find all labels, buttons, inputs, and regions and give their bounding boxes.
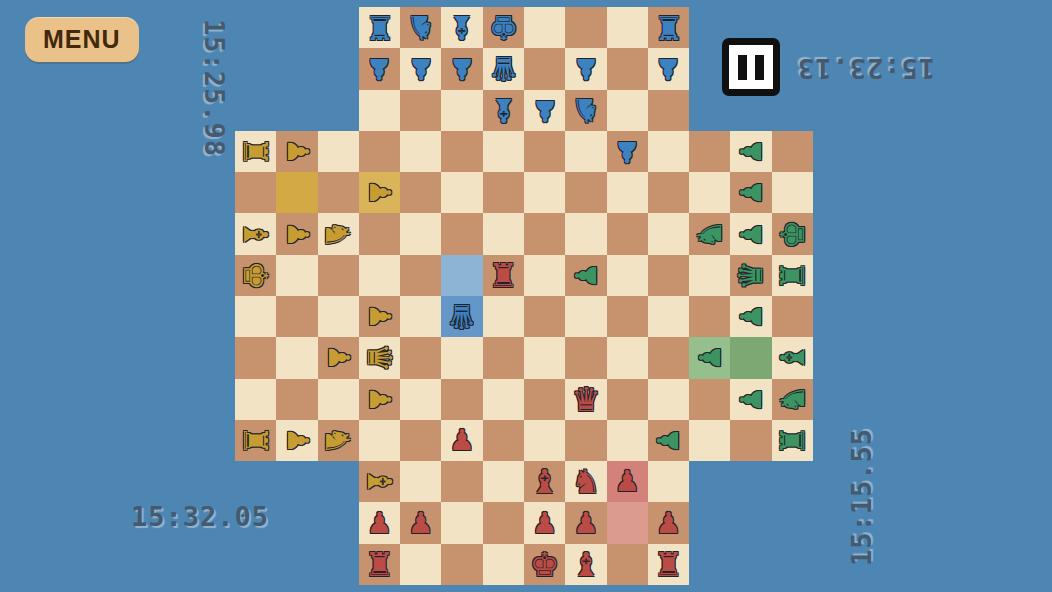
red-knight[interactable]: ♞ — [571, 465, 601, 498]
square-6-13[interactable] — [483, 544, 524, 585]
board-cutout — [235, 502, 276, 543]
square-1-8[interactable] — [276, 337, 317, 378]
square-4-12[interactable]: ♟ — [400, 502, 441, 543]
square-8-8[interactable] — [565, 337, 606, 378]
square-11-10[interactable] — [689, 420, 730, 461]
square-9-4[interactable] — [607, 172, 648, 213]
square-9-2[interactable] — [607, 90, 648, 131]
board-cutout — [689, 502, 730, 543]
board-cutout — [772, 90, 813, 131]
square-6-0[interactable]: ♚ — [483, 7, 524, 48]
square-8-6[interactable]: ♟ — [565, 255, 606, 296]
square-7-12[interactable]: ♟ — [524, 502, 565, 543]
square-10-10[interactable]: ♟ — [648, 420, 689, 461]
red-rook[interactable]: ♜ — [489, 259, 519, 292]
green-pawn[interactable]: ♟ — [737, 304, 766, 330]
blue-bishop[interactable]: ♝ — [489, 94, 519, 127]
square-2-10[interactable]: ♞ — [318, 420, 359, 461]
square-11-6[interactable] — [689, 255, 730, 296]
square-9-1[interactable] — [607, 48, 648, 89]
square-9-9[interactable] — [607, 379, 648, 420]
square-11-4[interactable] — [689, 172, 730, 213]
blue-queen[interactable]: ♛ — [447, 300, 477, 333]
board-cutout — [235, 90, 276, 131]
board-cutout — [689, 544, 730, 585]
red-king[interactable]: ♚ — [530, 548, 560, 581]
board-cutout — [689, 48, 730, 89]
square-7-8[interactable] — [524, 337, 565, 378]
green-king[interactable]: ♚ — [776, 219, 809, 249]
red-pawn[interactable]: ♟ — [449, 426, 475, 455]
square-5-7[interactable]: ♛ — [441, 296, 482, 337]
square-8-12[interactable]: ♟ — [565, 502, 606, 543]
yellow-bishop[interactable]: ♝ — [363, 467, 396, 497]
board-cutout — [772, 502, 813, 543]
square-8-11[interactable]: ♞ — [565, 461, 606, 502]
square-6-1[interactable]: ♛ — [483, 48, 524, 89]
square-7-7[interactable] — [524, 296, 565, 337]
square-1-3[interactable]: ♟ — [276, 131, 317, 172]
square-6-5[interactable] — [483, 213, 524, 254]
green-queen[interactable]: ♛ — [735, 261, 768, 291]
square-2-7[interactable] — [318, 296, 359, 337]
square-12-10[interactable] — [730, 420, 771, 461]
yellow-pawn[interactable]: ♟ — [282, 221, 311, 247]
square-4-11[interactable] — [400, 461, 441, 502]
green-bishop[interactable]: ♝ — [776, 343, 809, 373]
red-pawn[interactable]: ♟ — [614, 467, 640, 496]
square-4-10[interactable] — [400, 420, 441, 461]
yellow-pawn[interactable]: ♟ — [365, 180, 394, 206]
board-cutout — [730, 7, 771, 48]
square-3-6[interactable] — [359, 255, 400, 296]
square-3-12[interactable]: ♟ — [359, 502, 400, 543]
board-cutout — [235, 544, 276, 585]
red-rook[interactable]: ♜ — [654, 548, 684, 581]
board-cutout — [318, 90, 359, 131]
square-2-9[interactable] — [318, 379, 359, 420]
square-5-1[interactable]: ♟ — [441, 48, 482, 89]
green-knight[interactable]: ♞ — [693, 219, 726, 249]
red-pawn[interactable]: ♟ — [366, 509, 392, 538]
square-8-1[interactable]: ♟ — [565, 48, 606, 89]
square-7-5[interactable] — [524, 213, 565, 254]
square-0-10[interactable]: ♜ — [235, 420, 276, 461]
square-10-5[interactable] — [648, 213, 689, 254]
square-5-12[interactable] — [441, 502, 482, 543]
board-cutout — [689, 7, 730, 48]
red-pawn[interactable]: ♟ — [573, 509, 599, 538]
square-3-9[interactable]: ♟ — [359, 379, 400, 420]
square-7-11[interactable]: ♝ — [524, 461, 565, 502]
square-6-12[interactable] — [483, 502, 524, 543]
square-8-10[interactable] — [565, 420, 606, 461]
square-4-3[interactable] — [400, 131, 441, 172]
square-5-10[interactable]: ♟ — [441, 420, 482, 461]
square-8-3[interactable] — [565, 131, 606, 172]
board-cutout — [276, 90, 317, 131]
yellow-knight[interactable]: ♞ — [322, 426, 355, 456]
square-5-5[interactable] — [441, 213, 482, 254]
square-3-10[interactable] — [359, 420, 400, 461]
square-12-4[interactable]: ♟ — [730, 172, 771, 213]
board-cutout — [235, 461, 276, 502]
square-0-5[interactable]: ♝ — [235, 213, 276, 254]
square-4-13[interactable] — [400, 544, 441, 585]
square-9-5[interactable] — [607, 213, 648, 254]
yellow-pawn[interactable]: ♟ — [282, 427, 311, 453]
square-13-4[interactable] — [772, 172, 813, 213]
square-0-9[interactable] — [235, 379, 276, 420]
square-3-4[interactable]: ♟ — [359, 172, 400, 213]
square-10-4[interactable] — [648, 172, 689, 213]
blue-pawn[interactable]: ♟ — [532, 96, 558, 125]
blue-pawn[interactable]: ♟ — [408, 54, 434, 83]
square-1-7[interactable] — [276, 296, 317, 337]
square-10-2[interactable] — [648, 90, 689, 131]
square-5-11[interactable] — [441, 461, 482, 502]
square-2-5[interactable]: ♞ — [318, 213, 359, 254]
yellow-king[interactable]: ♚ — [239, 261, 272, 291]
square-10-6[interactable] — [648, 255, 689, 296]
yellow-pawn[interactable]: ♟ — [365, 386, 394, 412]
green-pawn[interactable]: ♟ — [737, 180, 766, 206]
board-cutout — [276, 48, 317, 89]
square-3-2[interactable] — [359, 90, 400, 131]
yellow-pawn[interactable]: ♟ — [324, 345, 353, 371]
board-cutout — [276, 461, 317, 502]
green-pawn[interactable]: ♟ — [737, 386, 766, 412]
square-12-5[interactable]: ♟ — [730, 213, 771, 254]
square-7-9[interactable] — [524, 379, 565, 420]
yellow-queen[interactable]: ♛ — [363, 343, 396, 373]
square-6-3[interactable] — [483, 131, 524, 172]
green-pawn[interactable]: ♟ — [695, 345, 724, 371]
board-cutout — [730, 502, 771, 543]
green-pawn[interactable]: ♟ — [737, 221, 766, 247]
square-3-11[interactable]: ♝ — [359, 461, 400, 502]
square-3-1[interactable]: ♟ — [359, 48, 400, 89]
square-4-4[interactable] — [400, 172, 441, 213]
green-knight[interactable]: ♞ — [776, 384, 809, 414]
square-10-12[interactable]: ♟ — [648, 502, 689, 543]
square-4-9[interactable] — [400, 379, 441, 420]
red-pawn[interactable]: ♟ — [655, 509, 681, 538]
board-cutout — [318, 544, 359, 585]
square-5-2[interactable] — [441, 90, 482, 131]
square-5-0[interactable]: ♝ — [441, 7, 482, 48]
green-pawn[interactable]: ♟ — [571, 262, 600, 288]
blue-knight[interactable]: ♞ — [406, 11, 436, 44]
square-8-2[interactable]: ♞ — [565, 90, 606, 131]
square-11-3[interactable] — [689, 131, 730, 172]
board-cutout — [276, 502, 317, 543]
square-5-9[interactable] — [441, 379, 482, 420]
square-7-3[interactable] — [524, 131, 565, 172]
board-cutout — [772, 461, 813, 502]
blue-rook[interactable]: ♜ — [365, 11, 395, 44]
square-0-8[interactable] — [235, 337, 276, 378]
square-4-1[interactable]: ♟ — [400, 48, 441, 89]
square-8-7[interactable] — [565, 296, 606, 337]
square-2-6[interactable] — [318, 255, 359, 296]
blue-pawn[interactable]: ♟ — [366, 54, 392, 83]
board-cutout — [730, 48, 771, 89]
blue-queen[interactable]: ♛ — [489, 52, 519, 85]
square-12-3[interactable]: ♟ — [730, 131, 771, 172]
square-9-13[interactable] — [607, 544, 648, 585]
board-cutout — [730, 544, 771, 585]
square-4-8[interactable] — [400, 337, 441, 378]
square-2-8[interactable]: ♟ — [318, 337, 359, 378]
square-5-13[interactable] — [441, 544, 482, 585]
menu-button[interactable]: MENU — [25, 17, 139, 62]
board-cutout — [318, 48, 359, 89]
square-10-7[interactable] — [648, 296, 689, 337]
square-3-5[interactable] — [359, 213, 400, 254]
square-0-4[interactable] — [235, 172, 276, 213]
board-cutout — [689, 90, 730, 131]
board-cutout — [276, 544, 317, 585]
yellow-pawn[interactable]: ♟ — [365, 304, 394, 330]
blue-pawn[interactable]: ♟ — [449, 54, 475, 83]
square-8-9[interactable]: ♛ — [565, 379, 606, 420]
square-5-6[interactable] — [441, 255, 482, 296]
green-rook[interactable]: ♜ — [776, 261, 809, 291]
square-7-4[interactable] — [524, 172, 565, 213]
board-cutout — [235, 48, 276, 89]
board-cutout — [235, 7, 276, 48]
blue-bishop[interactable]: ♝ — [447, 11, 477, 44]
square-3-13[interactable]: ♜ — [359, 544, 400, 585]
blue-king[interactable]: ♚ — [489, 11, 519, 44]
square-13-7[interactable] — [772, 296, 813, 337]
square-11-5[interactable]: ♞ — [689, 213, 730, 254]
square-11-7[interactable] — [689, 296, 730, 337]
square-12-7[interactable]: ♟ — [730, 296, 771, 337]
square-13-6[interactable]: ♜ — [772, 255, 813, 296]
red-rook[interactable]: ♜ — [365, 548, 395, 581]
blue-pawn[interactable]: ♟ — [614, 137, 640, 166]
square-6-2[interactable]: ♝ — [483, 90, 524, 131]
red-queen[interactable]: ♛ — [571, 383, 601, 416]
board-cutout — [772, 48, 813, 89]
clock-green-player: 15:15.55 — [846, 417, 878, 577]
square-10-9[interactable] — [648, 379, 689, 420]
square-1-9[interactable] — [276, 379, 317, 420]
square-6-4[interactable] — [483, 172, 524, 213]
square-12-6[interactable]: ♛ — [730, 255, 771, 296]
square-5-4[interactable] — [441, 172, 482, 213]
board-cutout — [318, 7, 359, 48]
square-1-4[interactable] — [276, 172, 317, 213]
square-13-3[interactable] — [772, 131, 813, 172]
board-cutout — [730, 90, 771, 131]
square-4-0[interactable]: ♞ — [400, 7, 441, 48]
square-11-9[interactable] — [689, 379, 730, 420]
board-cutout — [318, 461, 359, 502]
red-pawn[interactable]: ♟ — [532, 509, 558, 538]
square-9-3[interactable]: ♟ — [607, 131, 648, 172]
square-11-8[interactable]: ♟ — [689, 337, 730, 378]
yellow-rook[interactable]: ♜ — [239, 137, 272, 167]
square-13-10[interactable]: ♜ — [772, 420, 813, 461]
square-8-0[interactable] — [565, 7, 606, 48]
square-10-11[interactable] — [648, 461, 689, 502]
square-13-9[interactable]: ♞ — [772, 379, 813, 420]
square-6-9[interactable] — [483, 379, 524, 420]
square-6-10[interactable] — [483, 420, 524, 461]
blue-pawn[interactable]: ♟ — [573, 54, 599, 83]
square-1-6[interactable] — [276, 255, 317, 296]
square-12-8[interactable] — [730, 337, 771, 378]
square-9-6[interactable] — [607, 255, 648, 296]
board-cutout — [689, 461, 730, 502]
blue-rook[interactable]: ♜ — [654, 11, 684, 44]
square-6-6[interactable]: ♜ — [483, 255, 524, 296]
square-0-7[interactable] — [235, 296, 276, 337]
square-4-2[interactable] — [400, 90, 441, 131]
red-bishop[interactable]: ♝ — [571, 548, 601, 581]
square-10-3[interactable] — [648, 131, 689, 172]
board-cutout — [318, 502, 359, 543]
square-10-0[interactable]: ♜ — [648, 7, 689, 48]
square-7-10[interactable] — [524, 420, 565, 461]
square-2-4[interactable] — [318, 172, 359, 213]
yellow-knight[interactable]: ♞ — [322, 219, 355, 249]
square-8-13[interactable]: ♝ — [565, 544, 606, 585]
square-9-12[interactable] — [607, 502, 648, 543]
square-13-8[interactable]: ♝ — [772, 337, 813, 378]
square-0-3[interactable]: ♜ — [235, 131, 276, 172]
board-cutout — [730, 461, 771, 502]
square-3-8[interactable]: ♛ — [359, 337, 400, 378]
square-3-0[interactable]: ♜ — [359, 7, 400, 48]
square-7-1[interactable] — [524, 48, 565, 89]
square-7-6[interactable] — [524, 255, 565, 296]
square-7-0[interactable] — [524, 7, 565, 48]
square-10-13[interactable]: ♜ — [648, 544, 689, 585]
yellow-bishop[interactable]: ♝ — [239, 219, 272, 249]
square-7-2[interactable]: ♟ — [524, 90, 565, 131]
blue-knight[interactable]: ♞ — [571, 94, 601, 127]
square-4-6[interactable] — [400, 255, 441, 296]
square-12-9[interactable]: ♟ — [730, 379, 771, 420]
square-9-11[interactable]: ♟ — [607, 461, 648, 502]
square-6-7[interactable] — [483, 296, 524, 337]
green-pawn[interactable]: ♟ — [654, 427, 683, 453]
square-9-7[interactable] — [607, 296, 648, 337]
square-9-0[interactable] — [607, 7, 648, 48]
square-0-6[interactable]: ♚ — [235, 255, 276, 296]
square-1-10[interactable]: ♟ — [276, 420, 317, 461]
square-9-8[interactable] — [607, 337, 648, 378]
yellow-rook[interactable]: ♜ — [239, 426, 272, 456]
square-3-7[interactable]: ♟ — [359, 296, 400, 337]
red-bishop[interactable]: ♝ — [530, 465, 560, 498]
square-13-5[interactable]: ♚ — [772, 213, 813, 254]
square-8-4[interactable] — [565, 172, 606, 213]
square-10-8[interactable] — [648, 337, 689, 378]
square-6-8[interactable] — [483, 337, 524, 378]
square-8-5[interactable] — [565, 213, 606, 254]
square-4-5[interactable] — [400, 213, 441, 254]
board-cutout — [772, 544, 813, 585]
square-7-13[interactable]: ♚ — [524, 544, 565, 585]
red-pawn[interactable]: ♟ — [408, 509, 434, 538]
four-player-chess-board[interactable]: ♜♞♝♚♜♟♟♟♛♟♟♝♟♞♜♟♟♟♟♟♝♟♞♞♟♚♚♜♟♛♜♟♛♟♟♛♟♝♟♛… — [235, 7, 813, 585]
green-rook[interactable]: ♜ — [776, 426, 809, 456]
square-5-3[interactable] — [441, 131, 482, 172]
square-6-11[interactable] — [483, 461, 524, 502]
board-cutout — [276, 7, 317, 48]
yellow-pawn[interactable]: ♟ — [282, 138, 311, 164]
square-10-1[interactable]: ♟ — [648, 48, 689, 89]
clock-yellow-player: 15:25.98 — [198, 8, 230, 168]
square-5-8[interactable] — [441, 337, 482, 378]
square-2-3[interactable] — [318, 131, 359, 172]
blue-pawn[interactable]: ♟ — [655, 54, 681, 83]
square-3-3[interactable] — [359, 131, 400, 172]
green-pawn[interactable]: ♟ — [737, 138, 766, 164]
square-4-7[interactable] — [400, 296, 441, 337]
board-cutout — [772, 7, 813, 48]
square-9-10[interactable] — [607, 420, 648, 461]
square-1-5[interactable]: ♟ — [276, 213, 317, 254]
